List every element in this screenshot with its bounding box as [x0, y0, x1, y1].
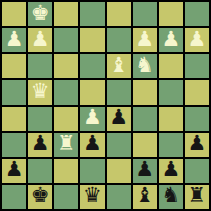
square-a1[interactable]	[2, 185, 26, 209]
square-g5[interactable]	[159, 80, 183, 104]
black-pawn: ♟	[83, 133, 102, 154]
square-d4[interactable]: ♟	[80, 107, 104, 131]
square-e5[interactable]	[107, 80, 131, 104]
square-h1[interactable]: ♜	[185, 185, 209, 209]
square-b2[interactable]	[28, 159, 52, 183]
white-bishop: ♝	[109, 55, 128, 76]
square-a5[interactable]	[2, 80, 26, 104]
square-g6[interactable]	[159, 54, 183, 78]
square-h2[interactable]	[185, 159, 209, 183]
black-rook: ♜	[188, 185, 207, 206]
square-f2[interactable]: ♟	[133, 159, 157, 183]
square-b4[interactable]	[28, 107, 52, 131]
square-g1[interactable]: ♞	[159, 185, 183, 209]
square-e7[interactable]	[107, 28, 131, 52]
square-e1[interactable]	[107, 185, 131, 209]
square-a4[interactable]	[2, 107, 26, 131]
white-pawn: ♟	[188, 29, 207, 50]
square-b7[interactable]: ♟	[28, 28, 52, 52]
black-bishop: ♝	[135, 185, 154, 206]
square-d7[interactable]	[80, 28, 104, 52]
square-d2[interactable]	[80, 159, 104, 183]
square-f7[interactable]: ♟	[133, 28, 157, 52]
square-f3[interactable]	[133, 133, 157, 157]
square-h4[interactable]	[185, 107, 209, 131]
black-queen: ♛	[83, 185, 102, 206]
chess-board-frame: ♚♟♟♟♟♟♝♞♛♟♟♟♜♟♟♟♟♟♚♛♝♞♜	[0, 0, 211, 211]
square-g8[interactable]	[159, 2, 183, 26]
square-f4[interactable]	[133, 107, 157, 131]
black-pawn: ♟	[31, 133, 50, 154]
square-a3[interactable]	[2, 133, 26, 157]
chess-board: ♚♟♟♟♟♟♝♞♛♟♟♟♜♟♟♟♟♟♚♛♝♞♜	[2, 2, 209, 209]
square-f1[interactable]: ♝	[133, 185, 157, 209]
square-d8[interactable]	[80, 2, 104, 26]
black-pawn: ♟	[161, 159, 180, 180]
white-pawn: ♟	[83, 107, 102, 128]
square-g3[interactable]	[159, 133, 183, 157]
square-c7[interactable]	[54, 28, 78, 52]
square-a8[interactable]	[2, 2, 26, 26]
square-g7[interactable]: ♟	[159, 28, 183, 52]
square-d1[interactable]: ♛	[80, 185, 104, 209]
square-e4[interactable]: ♟	[107, 107, 131, 131]
square-c8[interactable]	[54, 2, 78, 26]
square-c6[interactable]	[54, 54, 78, 78]
square-h7[interactable]: ♟	[185, 28, 209, 52]
white-pawn: ♟	[161, 29, 180, 50]
square-d3[interactable]: ♟	[80, 133, 104, 157]
square-d5[interactable]	[80, 80, 104, 104]
square-b6[interactable]	[28, 54, 52, 78]
square-h5[interactable]	[185, 80, 209, 104]
square-c2[interactable]	[54, 159, 78, 183]
square-e6[interactable]: ♝	[107, 54, 131, 78]
square-e2[interactable]	[107, 159, 131, 183]
white-rook: ♜	[57, 133, 76, 154]
square-g4[interactable]	[159, 107, 183, 131]
square-a7[interactable]: ♟	[2, 28, 26, 52]
square-g2[interactable]: ♟	[159, 159, 183, 183]
square-c3[interactable]: ♜	[54, 133, 78, 157]
black-pawn: ♟	[5, 159, 24, 180]
square-c1[interactable]	[54, 185, 78, 209]
square-b8[interactable]: ♚	[28, 2, 52, 26]
square-d6[interactable]	[80, 54, 104, 78]
square-a2[interactable]: ♟	[2, 159, 26, 183]
black-knight: ♞	[161, 185, 180, 206]
square-c5[interactable]	[54, 80, 78, 104]
black-pawn: ♟	[109, 107, 128, 128]
square-h6[interactable]	[185, 54, 209, 78]
white-pawn: ♟	[31, 29, 50, 50]
black-pawn: ♟	[188, 133, 207, 154]
black-king: ♚	[31, 185, 50, 206]
square-h8[interactable]	[185, 2, 209, 26]
square-b5[interactable]: ♛	[28, 80, 52, 104]
white-queen: ♛	[31, 81, 50, 102]
square-f8[interactable]	[133, 2, 157, 26]
square-e3[interactable]	[107, 133, 131, 157]
square-b3[interactable]: ♟	[28, 133, 52, 157]
square-b1[interactable]: ♚	[28, 185, 52, 209]
square-a6[interactable]	[2, 54, 26, 78]
square-h3[interactable]: ♟	[185, 133, 209, 157]
square-f5[interactable]	[133, 80, 157, 104]
white-pawn: ♟	[5, 29, 24, 50]
white-pawn: ♟	[135, 29, 154, 50]
black-pawn: ♟	[135, 159, 154, 180]
square-f6[interactable]: ♞	[133, 54, 157, 78]
white-king: ♚	[31, 3, 50, 24]
white-knight: ♞	[135, 55, 154, 76]
square-e8[interactable]	[107, 2, 131, 26]
square-c4[interactable]	[54, 107, 78, 131]
